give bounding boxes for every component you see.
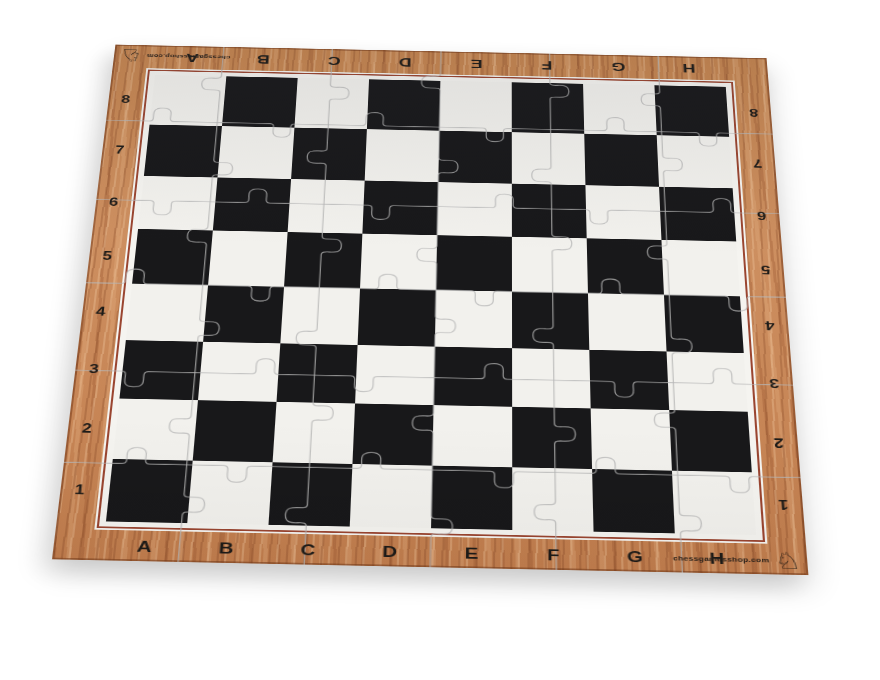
rank-label-left-6: 6 (93, 175, 134, 229)
square-d3 (355, 345, 435, 405)
square-g5 (587, 238, 664, 294)
rank-label-right-5: 5 (746, 242, 786, 298)
square-b6 (213, 177, 291, 232)
rank-label-left-3: 3 (72, 339, 116, 398)
branding-bottom-right: chessgamesshop.com ♘ (673, 547, 802, 573)
square-g2 (591, 408, 672, 470)
square-f5 (512, 237, 588, 293)
square-e3 (434, 347, 513, 407)
website-text: chessgamesshop.com (673, 554, 770, 564)
square-e6 (437, 182, 512, 237)
file-label-bottom-g: G (594, 540, 677, 572)
file-label-bottom-b: B (184, 532, 268, 564)
square-a5 (132, 229, 213, 285)
square-d5 (360, 234, 437, 290)
rank-label-right-1: 1 (762, 473, 805, 537)
squares-grid (106, 75, 756, 535)
square-e4 (435, 290, 512, 348)
square-c5 (284, 232, 362, 288)
square-h7 (657, 135, 733, 188)
file-label-top-h: H (653, 56, 725, 81)
square-b1 (187, 461, 272, 525)
square-f1 (512, 467, 593, 531)
square-e1 (431, 466, 512, 530)
square-b3 (198, 342, 280, 402)
file-label-bottom-d: D (348, 535, 431, 567)
square-h8 (654, 85, 729, 136)
square-e2 (432, 405, 512, 467)
square-b8 (222, 76, 298, 127)
square-f3 (512, 348, 591, 408)
square-f8 (512, 82, 585, 133)
square-g3 (589, 350, 669, 410)
rank-label-left-4: 4 (79, 283, 122, 340)
square-d2 (352, 403, 433, 465)
square-f2 (512, 407, 592, 469)
file-label-top-c: C (298, 48, 370, 72)
square-c2 (273, 402, 355, 464)
file-label-top-g: G (582, 54, 654, 79)
square-b4 (203, 285, 284, 343)
square-b2 (193, 400, 277, 462)
square-c3 (277, 343, 358, 403)
square-e5 (436, 235, 512, 291)
file-label-top-d: D (369, 50, 441, 74)
branding-top-left: ♘ chessgamesshop.com (119, 47, 232, 67)
rank-label-right-2: 2 (758, 412, 800, 473)
square-d4 (358, 288, 436, 346)
square-a8 (150, 75, 227, 126)
square-d6 (362, 181, 438, 236)
file-label-bottom-f: F (512, 538, 594, 570)
file-label-bottom-a: A (102, 530, 187, 562)
website-text: chessgamesshop.com (147, 53, 231, 60)
square-d7 (365, 129, 440, 182)
rank-label-right-8: 8 (735, 87, 773, 138)
rank-label-right-7: 7 (739, 137, 777, 189)
square-c1 (268, 462, 352, 526)
rank-label-right-6: 6 (742, 188, 781, 242)
square-a3 (119, 340, 203, 400)
square-h6 (659, 187, 736, 242)
rank-label-right-3: 3 (754, 353, 795, 412)
file-label-bottom-e: E (430, 537, 512, 569)
square-h1 (672, 471, 756, 535)
square-h4 (664, 295, 744, 353)
square-a6 (138, 176, 217, 231)
square-g8 (583, 84, 657, 135)
file-label-top-e: E (441, 51, 512, 75)
square-b7 (217, 126, 294, 179)
product-photo-page: { "game": "chess", "subject": "empty jig… (0, 0, 880, 680)
square-h2 (669, 410, 752, 472)
chess-board: ABCDEFGH ABCDEFGH 87654321 87654321 ♘ ch… (52, 45, 808, 576)
square-g4 (588, 293, 667, 351)
square-f4 (512, 292, 589, 350)
square-e8 (439, 81, 511, 132)
file-label-top-f: F (512, 53, 583, 78)
square-a7 (144, 125, 222, 178)
square-c7 (291, 128, 367, 181)
rank-label-left-5: 5 (86, 228, 128, 283)
square-h3 (667, 351, 748, 411)
rank-label-left-8: 8 (106, 74, 146, 124)
square-h5 (661, 240, 739, 296)
square-g6 (585, 185, 661, 240)
square-g1 (592, 469, 675, 533)
square-a2 (113, 399, 198, 461)
rank-label-right-4: 4 (750, 297, 791, 354)
square-a1 (106, 459, 193, 523)
rank-label-left-7: 7 (99, 124, 140, 176)
square-c4 (280, 287, 360, 345)
file-label-top-b: B (227, 47, 300, 71)
square-c6 (288, 179, 365, 234)
knight-icon: ♘ (774, 549, 802, 573)
square-e7 (438, 131, 512, 184)
square-d8 (367, 79, 440, 130)
rank-label-left-2: 2 (64, 398, 109, 459)
square-d1 (350, 464, 433, 528)
file-label-bottom-c: C (266, 533, 349, 565)
square-f7 (512, 132, 586, 185)
rank-label-left-1: 1 (57, 458, 103, 521)
square-b5 (208, 230, 288, 286)
square-g7 (584, 134, 659, 187)
square-a4 (126, 284, 208, 342)
square-c8 (294, 78, 369, 129)
knight-icon: ♘ (119, 47, 144, 65)
square-f6 (512, 184, 587, 239)
